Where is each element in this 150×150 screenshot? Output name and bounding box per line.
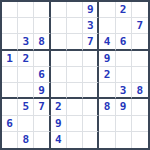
cell-r1c4[interactable] [51, 2, 67, 18]
cell-r4c3[interactable] [34, 51, 50, 67]
cell-r4c7[interactable]: 9 [99, 51, 115, 67]
given-digit: 2 [120, 4, 127, 15]
cell-r1c5[interactable] [67, 2, 83, 18]
cell-r6c6[interactable] [83, 83, 99, 99]
given-digit: 6 [120, 36, 127, 47]
cell-r2c3[interactable] [34, 18, 50, 34]
cell-r7c9[interactable] [132, 99, 148, 115]
cell-r9c5[interactable] [67, 132, 83, 148]
cell-r4c2[interactable]: 2 [18, 51, 34, 67]
cell-r2c7[interactable] [99, 18, 115, 34]
cell-r3c6[interactable]: 7 [83, 34, 99, 50]
cell-r6c7[interactable] [99, 83, 115, 99]
cell-r7c5[interactable] [67, 99, 83, 115]
cell-r7c6[interactable] [83, 99, 99, 115]
cell-r4c8[interactable] [116, 51, 132, 67]
cell-r9c1[interactable] [2, 132, 18, 148]
given-digit: 1 [6, 53, 13, 64]
cell-r3c2[interactable]: 3 [18, 34, 34, 50]
cell-r8c6[interactable] [83, 116, 99, 132]
cell-r6c2[interactable] [18, 83, 34, 99]
given-digit: 8 [137, 85, 144, 96]
cell-r3c7[interactable]: 4 [99, 34, 115, 50]
cell-r3c5[interactable] [67, 34, 83, 50]
given-digit: 9 [38, 85, 45, 96]
cell-r2c9[interactable]: 7 [132, 18, 148, 34]
cell-r2c4[interactable] [51, 18, 67, 34]
given-digit: 7 [38, 101, 45, 112]
given-digit: 8 [23, 134, 30, 145]
cell-r2c6[interactable]: 3 [83, 18, 99, 34]
cell-r8c9[interactable] [132, 116, 148, 132]
cell-r7c8[interactable]: 9 [116, 99, 132, 115]
cell-r1c1[interactable] [2, 2, 18, 18]
given-digit: 8 [104, 101, 111, 112]
given-digit: 3 [120, 85, 127, 96]
cell-r7c7[interactable]: 8 [99, 99, 115, 115]
cell-r2c5[interactable] [67, 18, 83, 34]
cell-r5c8[interactable] [116, 67, 132, 83]
cell-r9c3[interactable] [34, 132, 50, 148]
cell-r4c4[interactable] [51, 51, 67, 67]
cell-r1c7[interactable] [99, 2, 115, 18]
sudoku-board: 92373874612962938572896984 [0, 0, 150, 150]
cell-r9c7[interactable] [99, 132, 115, 148]
cell-r1c8[interactable]: 2 [116, 2, 132, 18]
given-digit: 3 [87, 20, 94, 31]
cell-r5c2[interactable] [18, 67, 34, 83]
cell-r4c1[interactable]: 1 [2, 51, 18, 67]
given-digit: 4 [104, 36, 111, 47]
cell-r2c1[interactable] [2, 18, 18, 34]
cell-r7c4[interactable]: 2 [51, 99, 67, 115]
cell-r4c6[interactable] [83, 51, 99, 67]
cell-r5c1[interactable] [2, 67, 18, 83]
cell-r5c4[interactable] [51, 67, 67, 83]
cell-r6c4[interactable] [51, 83, 67, 99]
cell-r5c9[interactable] [132, 67, 148, 83]
cell-r7c2[interactable]: 5 [18, 99, 34, 115]
cell-r8c8[interactable] [116, 116, 132, 132]
given-digit: 2 [55, 101, 62, 112]
given-digit: 5 [23, 101, 30, 112]
cell-r9c8[interactable] [116, 132, 132, 148]
given-digit: 7 [87, 36, 94, 47]
given-digit: 2 [104, 69, 111, 80]
cell-r8c1[interactable]: 6 [2, 116, 18, 132]
cell-r6c3[interactable]: 9 [34, 83, 50, 99]
cell-r6c9[interactable]: 8 [132, 83, 148, 99]
cell-r4c9[interactable] [132, 51, 148, 67]
cell-r3c8[interactable]: 6 [116, 34, 132, 50]
given-digit: 3 [23, 36, 30, 47]
cell-r8c4[interactable]: 9 [51, 116, 67, 132]
cell-r2c2[interactable] [18, 18, 34, 34]
cell-r6c8[interactable]: 3 [116, 83, 132, 99]
cell-r5c7[interactable]: 2 [99, 67, 115, 83]
given-digit: 9 [104, 53, 111, 64]
cell-r6c5[interactable] [67, 83, 83, 99]
given-digit: 9 [120, 101, 127, 112]
given-digit: 4 [55, 134, 62, 145]
cell-r5c5[interactable] [67, 67, 83, 83]
cell-r9c4[interactable]: 4 [51, 132, 67, 148]
cell-r8c5[interactable] [67, 116, 83, 132]
cell-r1c2[interactable] [18, 2, 34, 18]
cell-r1c6[interactable]: 9 [83, 2, 99, 18]
cell-r5c6[interactable] [83, 67, 99, 83]
cell-r2c8[interactable] [116, 18, 132, 34]
cell-r3c9[interactable] [132, 34, 148, 50]
cell-r7c1[interactable] [2, 99, 18, 115]
cell-r1c9[interactable] [132, 2, 148, 18]
cell-r1c3[interactable] [34, 2, 50, 18]
cell-r8c7[interactable] [99, 116, 115, 132]
cell-r9c2[interactable]: 8 [18, 132, 34, 148]
cell-r9c6[interactable] [83, 132, 99, 148]
cell-r3c3[interactable]: 8 [34, 34, 50, 50]
cell-r3c1[interactable] [2, 34, 18, 50]
cell-r3c4[interactable] [51, 34, 67, 50]
cell-r6c1[interactable] [2, 83, 18, 99]
given-digit: 9 [87, 4, 94, 15]
given-digit: 9 [55, 118, 62, 129]
given-digit: 2 [23, 53, 30, 64]
given-digit: 6 [38, 69, 45, 80]
cell-r8c2[interactable] [18, 116, 34, 132]
given-digit: 6 [6, 118, 13, 129]
cell-r8c3[interactable] [34, 116, 50, 132]
given-digit: 8 [38, 36, 45, 47]
cell-r5c3[interactable]: 6 [34, 67, 50, 83]
given-digit: 7 [137, 20, 144, 31]
cell-r7c3[interactable]: 7 [34, 99, 50, 115]
cell-r4c5[interactable] [67, 51, 83, 67]
cell-r9c9[interactable] [132, 132, 148, 148]
